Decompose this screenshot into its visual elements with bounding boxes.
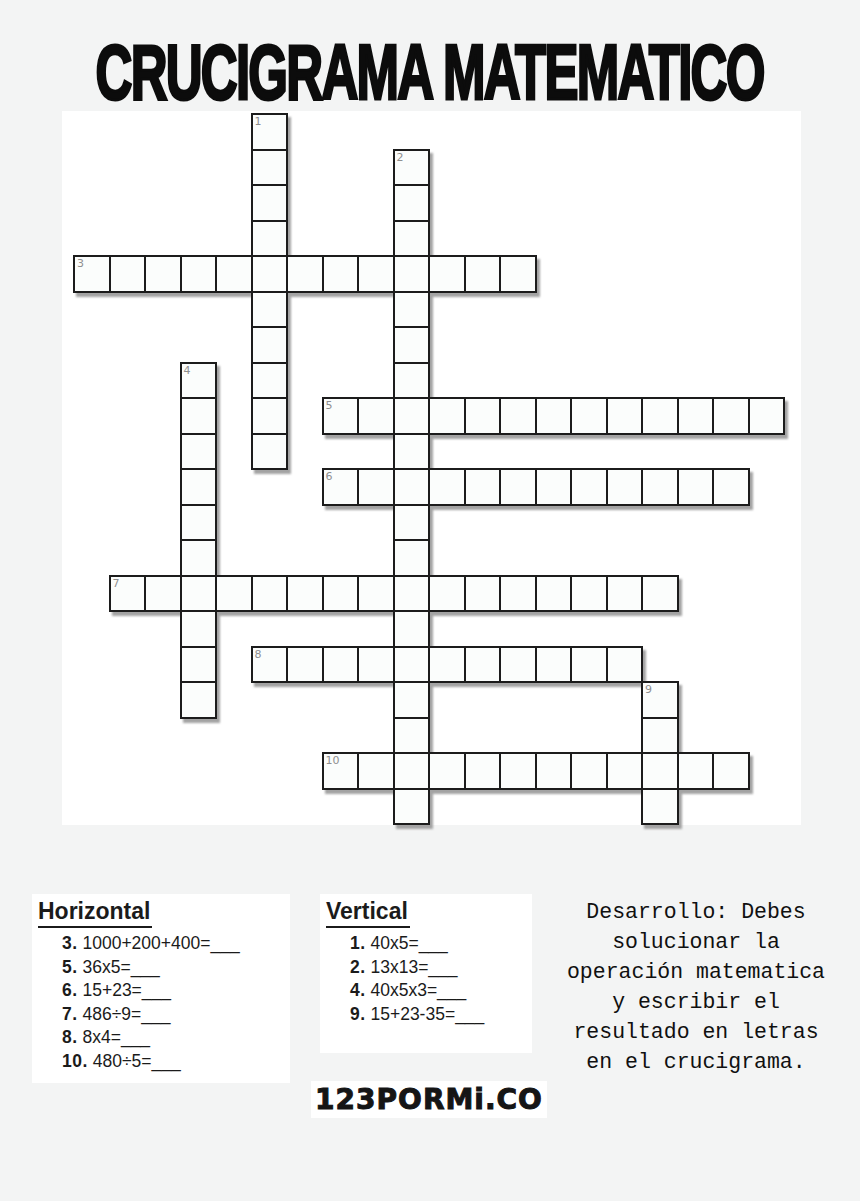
- grid-cell[interactable]: [393, 220, 431, 258]
- clue-horizontal-10: 10. 480÷5=___: [62, 1050, 290, 1074]
- grid-cell[interactable]: [251, 646, 289, 684]
- grid-cell[interactable]: [428, 646, 466, 684]
- grid-cell[interactable]: [499, 752, 537, 790]
- grid-cell[interactable]: [393, 717, 431, 755]
- grid-cell[interactable]: [357, 397, 395, 435]
- grid-cell[interactable]: [251, 220, 289, 258]
- grid-cell[interactable]: [606, 646, 644, 684]
- grid-cell[interactable]: [641, 575, 679, 613]
- grid-cell[interactable]: [535, 468, 573, 506]
- crossword-grid: 12345678910: [62, 111, 801, 825]
- grid-cell[interactable]: [180, 468, 218, 506]
- grid-cell[interactable]: [357, 646, 395, 684]
- logo-box: 123PORMi.CO: [311, 1081, 547, 1118]
- grid-cell[interactable]: [570, 575, 608, 613]
- grid-cell[interactable]: [180, 610, 218, 648]
- grid-cell[interactable]: [180, 433, 218, 471]
- grid-cell[interactable]: [748, 397, 786, 435]
- clue-vertical-4: 4. 40x5x3=___: [350, 979, 532, 1003]
- grid-cell[interactable]: [393, 788, 431, 826]
- grid-cell[interactable]: [357, 468, 395, 506]
- grid-cell[interactable]: [322, 255, 360, 293]
- grid-cell[interactable]: [393, 646, 431, 684]
- grid-cell[interactable]: [357, 255, 395, 293]
- grid-cell[interactable]: [73, 255, 111, 293]
- grid-cell[interactable]: [535, 752, 573, 790]
- grid-cell[interactable]: [180, 646, 218, 684]
- grid-cell[interactable]: [428, 397, 466, 435]
- worksheet-page: CRUCIGRAMA MATEMATICO 12345678910 Horizo…: [0, 0, 860, 1201]
- clue-horizontal-3: 3. 1000+200+400=___: [62, 932, 290, 956]
- grid-cell[interactable]: [180, 539, 218, 577]
- grid-cell[interactable]: [428, 468, 466, 506]
- grid-cell[interactable]: [393, 468, 431, 506]
- grid-cell[interactable]: [215, 255, 253, 293]
- grid-cell[interactable]: [215, 575, 253, 613]
- grid-cell[interactable]: [251, 397, 289, 435]
- grid-cell[interactable]: [712, 468, 750, 506]
- grid-cell[interactable]: [180, 397, 218, 435]
- vertical-clues-box: Vertical 1. 40x5=___2. 13x13=___4. 40x5x…: [320, 894, 532, 1053]
- grid-cell[interactable]: [393, 149, 431, 187]
- grid-cell[interactable]: [464, 255, 502, 293]
- grid-cell[interactable]: [322, 575, 360, 613]
- grid-cell[interactable]: [677, 468, 715, 506]
- grid-cell[interactable]: [393, 291, 431, 329]
- grid-cell[interactable]: [464, 397, 502, 435]
- grid-cell[interactable]: [606, 575, 644, 613]
- clue-vertical-1: 1. 40x5=___: [350, 932, 532, 956]
- grid-cell[interactable]: [251, 255, 289, 293]
- page-title: CRUCIGRAMA MATEMATICO: [96, 26, 764, 116]
- clue-vertical-2: 2. 13x13=___: [350, 956, 532, 980]
- grid-cell[interactable]: [393, 255, 431, 293]
- grid-cell[interactable]: [251, 149, 289, 187]
- grid-cells-layer: 12345678910: [62, 111, 801, 825]
- grid-cell[interactable]: [641, 468, 679, 506]
- grid-cell[interactable]: [286, 255, 324, 293]
- grid-cell[interactable]: [322, 752, 360, 790]
- grid-cell[interactable]: [180, 255, 218, 293]
- grid-cell[interactable]: [251, 113, 289, 151]
- instructions-text: Desarrollo: Debes solucionar la operació…: [545, 897, 847, 1077]
- grid-cell[interactable]: [570, 646, 608, 684]
- grid-cell[interactable]: [499, 255, 537, 293]
- grid-cell[interactable]: [393, 397, 431, 435]
- grid-cell[interactable]: [570, 468, 608, 506]
- grid-cell[interactable]: [286, 575, 324, 613]
- grid-cell[interactable]: [393, 433, 431, 471]
- grid-cell[interactable]: [180, 504, 218, 542]
- grid-cell[interactable]: [535, 646, 573, 684]
- grid-cell[interactable]: [144, 255, 182, 293]
- grid-cell[interactable]: [357, 752, 395, 790]
- clue-horizontal-7: 7. 486÷9=___: [62, 1003, 290, 1027]
- vertical-heading: Vertical: [326, 898, 410, 928]
- grid-cell[interactable]: [570, 752, 608, 790]
- grid-cell[interactable]: [109, 575, 147, 613]
- grid-cell[interactable]: [393, 575, 431, 613]
- grid-cell[interactable]: [393, 326, 431, 364]
- grid-cell[interactable]: [641, 788, 679, 826]
- grid-cell[interactable]: [712, 397, 750, 435]
- clue-vertical-9: 9. 15+23-35=___: [350, 1003, 532, 1027]
- grid-cell[interactable]: [535, 397, 573, 435]
- grid-cell[interactable]: [641, 752, 679, 790]
- grid-cell[interactable]: [393, 610, 431, 648]
- grid-cell[interactable]: [393, 752, 431, 790]
- grid-cell[interactable]: [357, 575, 395, 613]
- grid-cell[interactable]: [393, 504, 431, 542]
- grid-cell[interactable]: [712, 752, 750, 790]
- horizontal-heading: Horizontal: [38, 898, 152, 928]
- page-title-wrap: CRUCIGRAMA MATEMATICO: [0, 26, 860, 93]
- logo-text: 123PORMi.CO: [315, 1083, 543, 1116]
- grid-cell[interactable]: [428, 255, 466, 293]
- grid-cell[interactable]: [464, 752, 502, 790]
- grid-cell[interactable]: [180, 681, 218, 719]
- grid-cell[interactable]: [499, 468, 537, 506]
- grid-cell[interactable]: [499, 646, 537, 684]
- grid-cell[interactable]: [641, 717, 679, 755]
- grid-cell[interactable]: [499, 397, 537, 435]
- horizontal-clues-box: Horizontal 3. 1000+200+400=___5. 36x5=__…: [32, 894, 290, 1083]
- grid-cell[interactable]: [499, 575, 537, 613]
- grid-cell[interactable]: [393, 362, 431, 400]
- grid-cell[interactable]: [286, 646, 324, 684]
- grid-cell[interactable]: [322, 646, 360, 684]
- grid-cell[interactable]: [322, 397, 360, 435]
- grid-cell[interactable]: [251, 326, 289, 364]
- grid-cell[interactable]: [641, 397, 679, 435]
- grid-cell[interactable]: [606, 752, 644, 790]
- grid-cell[interactable]: [677, 397, 715, 435]
- grid-cell[interactable]: [570, 397, 608, 435]
- grid-cell[interactable]: [428, 752, 466, 790]
- grid-cell[interactable]: [606, 468, 644, 506]
- grid-cell[interactable]: [641, 681, 679, 719]
- grid-cell[interactable]: [251, 184, 289, 222]
- grid-cell[interactable]: [464, 575, 502, 613]
- clue-horizontal-5: 5. 36x5=___: [62, 956, 290, 980]
- grid-cell[interactable]: [180, 362, 218, 400]
- grid-cell[interactable]: [393, 184, 431, 222]
- grid-cell[interactable]: [606, 397, 644, 435]
- horizontal-clue-list: 3. 1000+200+400=___5. 36x5=___6. 15+23=_…: [32, 932, 290, 1073]
- grid-cell[interactable]: [180, 575, 218, 613]
- clue-horizontal-6: 6. 15+23=___: [62, 979, 290, 1003]
- grid-cell[interactable]: [428, 575, 466, 613]
- grid-cell[interactable]: [464, 468, 502, 506]
- grid-cell[interactable]: [251, 362, 289, 400]
- grid-cell[interactable]: [144, 575, 182, 613]
- grid-cell[interactable]: [251, 291, 289, 329]
- clue-horizontal-8: 8. 8x4=___: [62, 1026, 290, 1050]
- grid-cell[interactable]: [677, 752, 715, 790]
- grid-cell[interactable]: [322, 468, 360, 506]
- grid-cell[interactable]: [393, 539, 431, 577]
- grid-cell[interactable]: [251, 433, 289, 471]
- vertical-clue-list: 1. 40x5=___2. 13x13=___4. 40x5x3=___9. 1…: [320, 932, 532, 1026]
- grid-cell[interactable]: [535, 575, 573, 613]
- grid-cell[interactable]: [393, 681, 431, 719]
- grid-cell[interactable]: [464, 646, 502, 684]
- grid-cell[interactable]: [251, 575, 289, 613]
- grid-cell[interactable]: [109, 255, 147, 293]
